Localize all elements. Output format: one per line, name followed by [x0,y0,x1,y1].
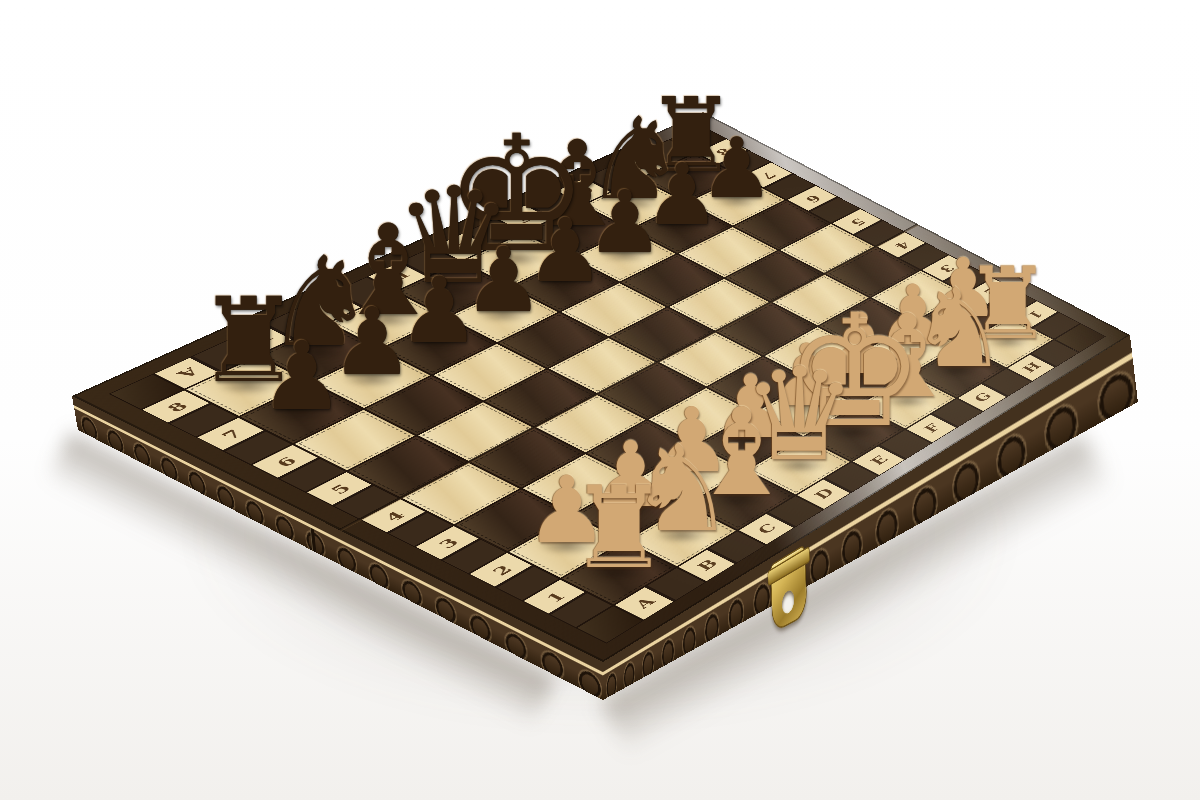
hinge-seam-icon [310,527,316,552]
brass-clasp [770,544,808,633]
photo-scene: 1122334455667788AABBCCDDEEFFGGHH ♜♟♞♟♝♟♚… [0,0,1200,800]
chess-board: 1122334455667788AABBCCDDEEFFGGHH [72,112,1130,662]
clasp-hole [782,588,795,616]
